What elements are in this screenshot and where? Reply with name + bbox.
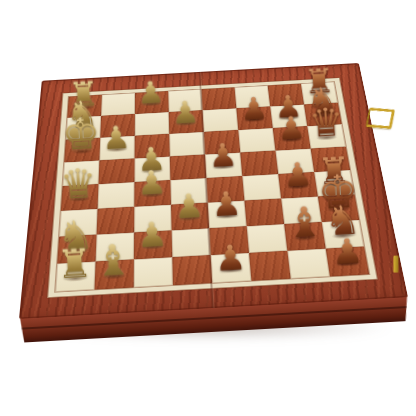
chess-board: ♜♟♞♟♚♟♟♛♟♟♟♞♜♝♜♞♟♟♛♟♟♜♟♟♚♝♞♟♟ (19, 63, 408, 319)
square-a7[interactable] (66, 116, 101, 140)
scene: ♜♟♞♟♚♟♟♛♟♟♟♞♜♝♜♞♟♟♛♟♟♜♟♟♚♝♞♟♟ (0, 0, 416, 416)
latch-icon[interactable] (393, 256, 398, 273)
black-pawn-glyph: ♟ (195, 238, 266, 277)
black-pawn-glyph: ♟ (192, 186, 260, 223)
square-f7[interactable] (236, 106, 272, 130)
square-d8[interactable] (168, 89, 202, 112)
square-f8[interactable] (235, 86, 271, 109)
square-c6[interactable] (135, 134, 170, 159)
piece-white-bishop[interactable]: ♝ (94, 259, 133, 289)
square-b7[interactable] (100, 114, 135, 138)
square-h7[interactable] (304, 103, 342, 126)
square-g7[interactable] (270, 104, 307, 128)
square-e5[interactable] (205, 153, 242, 179)
piece-black-pawn[interactable]: ♟ (211, 253, 252, 283)
square-c8[interactable] (135, 91, 169, 114)
square-e7[interactable] (203, 108, 239, 132)
black-pawn-glyph: ♟ (312, 232, 383, 271)
square-h8[interactable] (301, 82, 338, 105)
square-b6[interactable] (99, 136, 134, 161)
square-d7[interactable] (169, 110, 204, 134)
square-d6[interactable] (169, 132, 205, 157)
square-b8[interactable] (101, 93, 135, 116)
clasp-icon[interactable] (365, 107, 395, 129)
white-queen-glyph: ♛ (45, 161, 112, 205)
piece-black-pawn[interactable]: ♟ (208, 201, 247, 229)
square-f6[interactable] (238, 128, 275, 152)
white-bishop-glyph: ♝ (77, 237, 149, 283)
square-g8[interactable] (268, 84, 304, 107)
piece-black-pawn[interactable]: ♟ (326, 246, 369, 276)
square-e6[interactable] (204, 130, 240, 155)
square-g6[interactable] (273, 126, 311, 150)
chess-set-photo: ♜♟♞♟♚♟♟♛♟♟♟♞♜♝♜♞♟♟♛♟♟♜♟♟♚♝♞♟♟ (0, 0, 416, 416)
square-h6[interactable] (307, 124, 346, 148)
square-c7[interactable] (135, 112, 169, 136)
square-e8[interactable] (201, 87, 236, 110)
square-a8[interactable] (67, 95, 102, 118)
piece-white-queen[interactable]: ♛ (61, 184, 99, 211)
